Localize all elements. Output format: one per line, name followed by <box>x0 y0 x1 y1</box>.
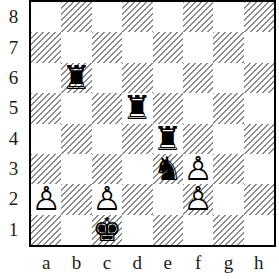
black-rook: ♜ <box>122 93 152 123</box>
square-f8[interactable] <box>183 2 213 32</box>
square-g8[interactable] <box>213 2 243 32</box>
square-c4[interactable] <box>92 124 122 154</box>
square-f1[interactable] <box>183 215 213 245</box>
square-a1[interactable] <box>31 215 61 245</box>
chess-diagram: 87654321 ♜♜♜♞♟♙♟♙♟♙♟♙♚ abcdefgh <box>0 0 279 279</box>
square-a6[interactable] <box>31 63 61 93</box>
rank-labels: 87654321 <box>0 2 27 245</box>
black-rook-glyph: ♜ <box>61 63 91 93</box>
rank-label-7: 7 <box>0 32 27 62</box>
square-g1[interactable] <box>213 215 243 245</box>
square-b5[interactable] <box>61 93 91 123</box>
square-f6[interactable] <box>183 63 213 93</box>
rank-label-2: 2 <box>0 184 27 214</box>
rank-label-8: 8 <box>0 2 27 32</box>
square-f5[interactable] <box>183 93 213 123</box>
square-g2[interactable] <box>213 184 243 214</box>
square-b1[interactable] <box>61 215 91 245</box>
square-c8[interactable] <box>92 2 122 32</box>
square-h5[interactable] <box>244 93 274 123</box>
square-d8[interactable] <box>122 2 152 32</box>
square-h6[interactable] <box>244 63 274 93</box>
white-pawn-outline: ♙ <box>31 184 61 214</box>
rank-label-3: 3 <box>0 154 27 184</box>
file-label-f: f <box>183 249 213 277</box>
square-e8[interactable] <box>153 2 183 32</box>
square-h2[interactable] <box>244 184 274 214</box>
square-b8[interactable] <box>61 2 91 32</box>
square-b2[interactable] <box>61 184 91 214</box>
square-f2[interactable]: ♟♙ <box>183 184 213 214</box>
square-e3[interactable]: ♞ <box>153 154 183 184</box>
rank-label-4: 4 <box>0 124 27 154</box>
square-d3[interactable] <box>122 154 152 184</box>
black-knight: ♞ <box>153 154 183 184</box>
square-a5[interactable] <box>31 93 61 123</box>
square-c7[interactable] <box>92 32 122 62</box>
square-a2[interactable]: ♟♙ <box>31 184 61 214</box>
rank-label-5: 5 <box>0 93 27 123</box>
square-g7[interactable] <box>213 32 243 62</box>
black-knight-glyph: ♞ <box>153 154 183 184</box>
square-b6[interactable]: ♜ <box>61 63 91 93</box>
black-king: ♚ <box>92 215 122 245</box>
white-pawn: ♟♙ <box>31 184 61 214</box>
square-d7[interactable] <box>122 32 152 62</box>
square-h1[interactable] <box>244 215 274 245</box>
square-g5[interactable] <box>213 93 243 123</box>
file-label-e: e <box>153 249 183 277</box>
square-a7[interactable] <box>31 32 61 62</box>
file-label-a: a <box>31 249 61 277</box>
file-label-h: h <box>244 249 274 277</box>
square-c1[interactable]: ♚ <box>92 215 122 245</box>
square-d5[interactable]: ♜ <box>122 93 152 123</box>
square-g6[interactable] <box>213 63 243 93</box>
square-c5[interactable] <box>92 93 122 123</box>
black-king-glyph: ♚ <box>92 215 122 245</box>
square-h3[interactable] <box>244 154 274 184</box>
square-h8[interactable] <box>244 2 274 32</box>
square-a8[interactable] <box>31 2 61 32</box>
file-label-c: c <box>92 249 122 277</box>
file-label-b: b <box>61 249 91 277</box>
square-e1[interactable] <box>153 215 183 245</box>
square-d4[interactable] <box>122 124 152 154</box>
chess-board: ♜♜♜♞♟♙♟♙♟♙♟♙♚ <box>29 0 276 247</box>
rank-label-6: 6 <box>0 63 27 93</box>
file-labels: abcdefgh <box>31 249 274 277</box>
square-e6[interactable] <box>153 63 183 93</box>
white-pawn-outline: ♙ <box>183 184 213 214</box>
rank-label-1: 1 <box>0 215 27 245</box>
square-e2[interactable] <box>153 184 183 214</box>
file-label-g: g <box>213 249 243 277</box>
square-g4[interactable] <box>213 124 243 154</box>
square-c6[interactable] <box>92 63 122 93</box>
square-d1[interactable] <box>122 215 152 245</box>
file-label-d: d <box>122 249 152 277</box>
square-f7[interactable] <box>183 32 213 62</box>
square-b4[interactable] <box>61 124 91 154</box>
square-e7[interactable] <box>153 32 183 62</box>
square-a4[interactable] <box>31 124 61 154</box>
square-g3[interactable] <box>213 154 243 184</box>
square-b3[interactable] <box>61 154 91 184</box>
square-h7[interactable] <box>244 32 274 62</box>
square-d2[interactable] <box>122 184 152 214</box>
black-rook: ♜ <box>61 63 91 93</box>
square-h4[interactable] <box>244 124 274 154</box>
white-pawn: ♟♙ <box>183 184 213 214</box>
black-rook-glyph: ♜ <box>122 93 152 123</box>
